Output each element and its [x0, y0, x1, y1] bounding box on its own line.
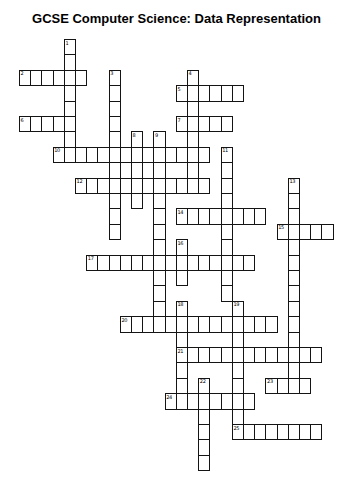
crossword-cell[interactable] [198, 178, 210, 194]
crossword-cell[interactable] [221, 116, 233, 132]
crossword-cell[interactable] [64, 54, 76, 70]
crossword-cell[interactable] [232, 301, 244, 317]
crossword-cell[interactable] [153, 131, 165, 147]
crossword-cell[interactable] [131, 162, 143, 178]
crossword-cell[interactable] [153, 193, 165, 209]
crossword-cell[interactable] [64, 131, 76, 147]
crossword-cell[interactable] [176, 239, 188, 255]
crossword-cell[interactable] [198, 455, 210, 471]
crossword-cell[interactable] [64, 85, 76, 101]
crossword-cell[interactable] [131, 193, 143, 209]
crossword-cell[interactable] [109, 101, 121, 117]
crossword-cell[interactable] [64, 101, 76, 117]
crossword-cell[interactable] [187, 70, 199, 86]
crossword-cell[interactable] [176, 362, 188, 378]
crossword-cell[interactable] [221, 239, 233, 255]
crossword-cell[interactable] [221, 224, 233, 240]
crossword-cell[interactable] [221, 147, 233, 163]
crossword-cell[interactable] [221, 193, 233, 209]
worksheet-page: GCSE Computer Science: Data Representati… [0, 0, 353, 500]
crossword-cell[interactable] [198, 378, 210, 394]
crossword-cell[interactable] [288, 285, 300, 301]
crossword-cell[interactable] [176, 332, 188, 348]
crossword-cell[interactable] [64, 116, 76, 132]
crossword-cell[interactable] [232, 362, 244, 378]
crossword-cell[interactable] [299, 378, 311, 394]
crossword-cell[interactable] [198, 409, 210, 425]
crossword-cell[interactable] [109, 70, 121, 86]
crossword-cell[interactable] [288, 301, 300, 317]
crossword-cell[interactable] [243, 393, 255, 409]
crossword-cell[interactable] [232, 332, 244, 348]
crossword-cell[interactable] [153, 208, 165, 224]
crossword-cell[interactable] [176, 301, 188, 317]
crossword-cell[interactable] [198, 147, 210, 163]
crossword-cell[interactable] [109, 131, 121, 147]
crossword-cell[interactable] [232, 85, 244, 101]
crossword-cell[interactable] [187, 101, 199, 117]
crossword-cell[interactable] [310, 424, 322, 440]
crossword-cell[interactable] [232, 409, 244, 425]
crossword-cell[interactable] [109, 208, 121, 224]
crossword-cell[interactable] [176, 270, 188, 286]
crossword-cell[interactable] [321, 224, 333, 240]
crossword-cell[interactable] [153, 224, 165, 240]
crossword-cell[interactable] [64, 39, 76, 55]
crossword-cell[interactable] [153, 162, 165, 178]
crossword-cell[interactable] [288, 270, 300, 286]
crossword-cell[interactable] [310, 347, 322, 363]
crossword-cell[interactable] [288, 208, 300, 224]
crossword-cell[interactable] [243, 255, 255, 271]
crossword-cell[interactable] [221, 285, 233, 301]
crossword-cell[interactable] [288, 255, 300, 271]
crossword-cell[interactable] [288, 239, 300, 255]
crossword-cell[interactable] [265, 316, 277, 332]
crossword-cell[interactable] [75, 70, 87, 86]
crossword-cell[interactable] [131, 131, 143, 147]
crossword-cell[interactable] [288, 362, 300, 378]
crossword-cell[interactable] [187, 162, 199, 178]
crossword-cell[interactable] [153, 239, 165, 255]
crossword-cell[interactable] [153, 301, 165, 317]
crossword-cell[interactable] [187, 131, 199, 147]
crossword-cell[interactable] [153, 285, 165, 301]
crossword-cell[interactable] [109, 162, 121, 178]
crossword-cell[interactable] [288, 316, 300, 332]
crossword-cell[interactable] [221, 270, 233, 286]
crossword-cell[interactable] [221, 178, 233, 194]
crossword-cell[interactable] [288, 332, 300, 348]
crossword-cell[interactable] [254, 208, 266, 224]
page-title: GCSE Computer Science: Data Representati… [0, 11, 353, 26]
crossword-cell[interactable] [221, 162, 233, 178]
crossword-cell[interactable] [198, 424, 210, 440]
crossword-board: 1234567891011121314151617181920212223242… [19, 39, 335, 473]
crossword-cell[interactable] [153, 270, 165, 286]
crossword-cell[interactable] [109, 116, 121, 132]
crossword-cell[interactable] [109, 85, 121, 101]
crossword-cell[interactable] [288, 178, 300, 194]
crossword-cell[interactable] [288, 193, 300, 209]
crossword-cell[interactable] [176, 378, 188, 394]
crossword-cell[interactable] [109, 193, 121, 209]
crossword-cell[interactable] [109, 224, 121, 240]
crossword-cell[interactable] [232, 378, 244, 394]
crossword-cell[interactable] [198, 439, 210, 455]
